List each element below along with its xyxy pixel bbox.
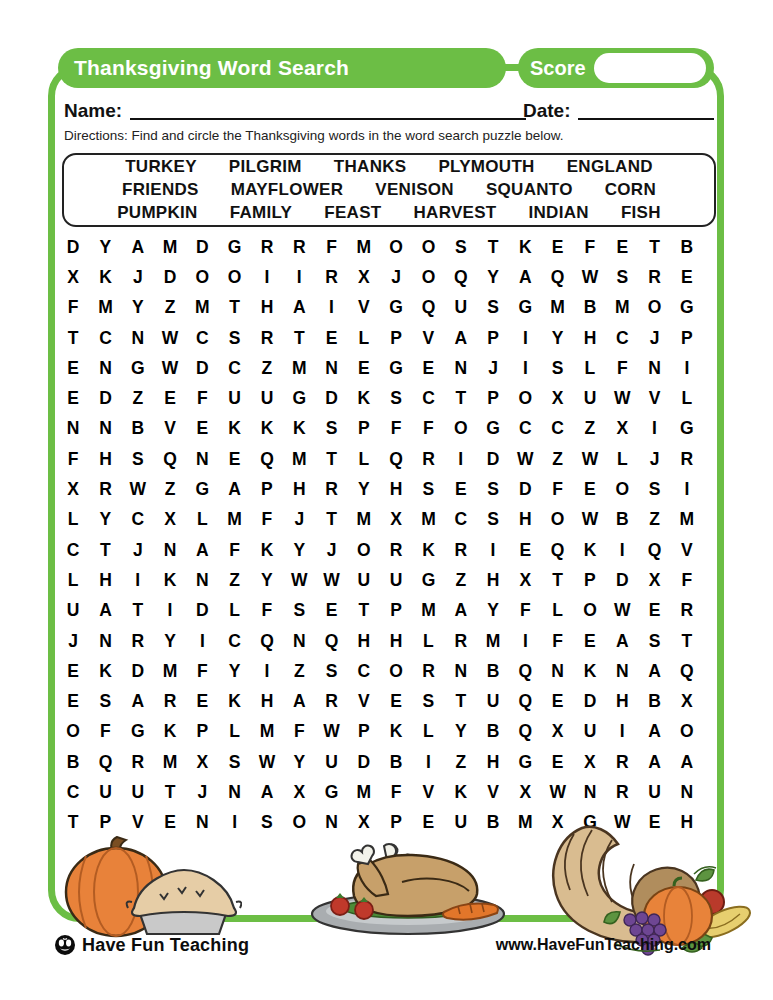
grid-cell[interactable]: E: [638, 596, 670, 626]
grid-cell[interactable]: H: [380, 474, 412, 504]
grid-cell[interactable]: G: [315, 777, 347, 807]
grid-cell[interactable]: X: [671, 686, 703, 716]
grid-cell[interactable]: T: [283, 323, 315, 353]
grid-cell[interactable]: O: [412, 262, 444, 292]
grid-cell[interactable]: F: [251, 596, 283, 626]
grid-cell[interactable]: P: [380, 323, 412, 353]
date-input-line[interactable]: [578, 118, 714, 120]
grid-cell[interactable]: R: [606, 777, 638, 807]
grid-cell[interactable]: X: [509, 777, 541, 807]
grid-cell[interactable]: P: [380, 596, 412, 626]
grid-cell[interactable]: R: [445, 535, 477, 565]
grid-cell[interactable]: Q: [380, 444, 412, 474]
grid-cell[interactable]: B: [477, 717, 509, 747]
grid-cell[interactable]: R: [251, 232, 283, 262]
grid-cell[interactable]: F: [606, 353, 638, 383]
grid-cell[interactable]: U: [445, 808, 477, 838]
grid-cell[interactable]: C: [218, 353, 250, 383]
grid-cell[interactable]: H: [380, 626, 412, 656]
grid-cell[interactable]: F: [186, 383, 218, 413]
grid-cell[interactable]: T: [218, 293, 250, 323]
grid-cell[interactable]: E: [541, 686, 573, 716]
grid-cell[interactable]: N: [89, 353, 121, 383]
grid-cell[interactable]: G: [412, 565, 444, 595]
grid-cell[interactable]: X: [57, 474, 89, 504]
grid-cell[interactable]: C: [186, 323, 218, 353]
grid-cell[interactable]: R: [412, 656, 444, 686]
grid-cell[interactable]: Y: [477, 596, 509, 626]
grid-cell[interactable]: N: [638, 353, 670, 383]
grid-cell[interactable]: Z: [251, 353, 283, 383]
grid-cell[interactable]: O: [380, 656, 412, 686]
grid-cell[interactable]: R: [638, 262, 670, 292]
grid-cell[interactable]: M: [89, 293, 121, 323]
grid-cell[interactable]: C: [412, 383, 444, 413]
grid-cell[interactable]: W: [509, 444, 541, 474]
grid-cell[interactable]: J: [477, 353, 509, 383]
grid-cell[interactable]: M: [154, 656, 186, 686]
grid-cell[interactable]: R: [315, 686, 347, 716]
grid-cell[interactable]: F: [412, 414, 444, 444]
grid-cell[interactable]: F: [541, 474, 573, 504]
grid-cell[interactable]: B: [122, 414, 154, 444]
grid-cell[interactable]: F: [574, 232, 606, 262]
grid-cell[interactable]: A: [445, 596, 477, 626]
grid-cell[interactable]: U: [380, 565, 412, 595]
grid-cell[interactable]: C: [89, 323, 121, 353]
grid-cell[interactable]: Z: [541, 444, 573, 474]
grid-cell[interactable]: N: [186, 565, 218, 595]
grid-cell[interactable]: G: [509, 293, 541, 323]
grid-cell[interactable]: O: [57, 717, 89, 747]
grid-cell[interactable]: B: [574, 293, 606, 323]
grid-cell[interactable]: H: [283, 474, 315, 504]
grid-cell[interactable]: A: [218, 474, 250, 504]
grid-cell[interactable]: B: [477, 808, 509, 838]
grid-cell[interactable]: N: [186, 444, 218, 474]
grid-cell[interactable]: R: [412, 444, 444, 474]
grid-cell[interactable]: T: [477, 232, 509, 262]
grid-cell[interactable]: F: [57, 293, 89, 323]
grid-cell[interactable]: N: [89, 414, 121, 444]
grid-cell[interactable]: I: [509, 323, 541, 353]
grid-cell[interactable]: S: [477, 293, 509, 323]
grid-cell[interactable]: Q: [89, 747, 121, 777]
grid-cell[interactable]: V: [412, 777, 444, 807]
grid-cell[interactable]: E: [574, 474, 606, 504]
grid-cell[interactable]: O: [283, 808, 315, 838]
grid-cell[interactable]: Y: [122, 293, 154, 323]
grid-cell[interactable]: A: [638, 717, 670, 747]
grid-cell[interactable]: N: [122, 323, 154, 353]
grid-cell[interactable]: H: [348, 626, 380, 656]
grid-cell[interactable]: O: [574, 596, 606, 626]
grid-cell[interactable]: W: [574, 444, 606, 474]
grid-cell[interactable]: W: [574, 262, 606, 292]
grid-cell[interactable]: V: [671, 535, 703, 565]
grid-cell[interactable]: Z: [445, 565, 477, 595]
grid-cell[interactable]: W: [154, 323, 186, 353]
grid-cell[interactable]: B: [477, 656, 509, 686]
grid-cell[interactable]: W: [122, 474, 154, 504]
grid-cell[interactable]: I: [606, 535, 638, 565]
grid-cell[interactable]: Y: [154, 626, 186, 656]
grid-cell[interactable]: S: [315, 656, 347, 686]
grid-cell[interactable]: I: [412, 747, 444, 777]
grid-cell[interactable]: R: [122, 747, 154, 777]
grid-cell[interactable]: I: [154, 596, 186, 626]
grid-cell[interactable]: Z: [154, 474, 186, 504]
grid-cell[interactable]: D: [606, 565, 638, 595]
grid-cell[interactable]: E: [57, 656, 89, 686]
grid-cell[interactable]: K: [445, 777, 477, 807]
grid-cell[interactable]: P: [477, 323, 509, 353]
grid-cell[interactable]: B: [638, 686, 670, 716]
grid-cell[interactable]: S: [638, 626, 670, 656]
grid-cell[interactable]: K: [218, 414, 250, 444]
grid-cell[interactable]: D: [186, 353, 218, 383]
grid-cell[interactable]: M: [283, 444, 315, 474]
grid-cell[interactable]: S: [638, 474, 670, 504]
grid-cell[interactable]: L: [671, 383, 703, 413]
grid-cell[interactable]: U: [574, 717, 606, 747]
grid-cell[interactable]: N: [154, 535, 186, 565]
grid-cell[interactable]: R: [445, 626, 477, 656]
grid-cell[interactable]: K: [251, 414, 283, 444]
grid-cell[interactable]: Q: [251, 626, 283, 656]
grid-cell[interactable]: G: [283, 383, 315, 413]
grid-cell[interactable]: Y: [445, 717, 477, 747]
grid-cell[interactable]: B: [606, 505, 638, 535]
grid-cell[interactable]: P: [251, 474, 283, 504]
grid-cell[interactable]: V: [412, 323, 444, 353]
grid-cell[interactable]: E: [315, 596, 347, 626]
grid-cell[interactable]: B: [57, 747, 89, 777]
grid-cell[interactable]: N: [89, 626, 121, 656]
grid-cell[interactable]: N: [186, 808, 218, 838]
grid-cell[interactable]: S: [412, 474, 444, 504]
grid-cell[interactable]: O: [412, 232, 444, 262]
grid-cell[interactable]: S: [122, 444, 154, 474]
grid-cell[interactable]: Z: [445, 747, 477, 777]
grid-cell[interactable]: K: [380, 717, 412, 747]
grid-cell[interactable]: S: [218, 747, 250, 777]
grid-cell[interactable]: C: [541, 414, 573, 444]
grid-cell[interactable]: O: [186, 262, 218, 292]
grid-cell[interactable]: T: [348, 596, 380, 626]
grid-cell[interactable]: U: [574, 383, 606, 413]
grid-cell[interactable]: L: [218, 717, 250, 747]
grid-cell[interactable]: P: [186, 717, 218, 747]
grid-cell[interactable]: X: [541, 717, 573, 747]
grid-cell[interactable]: U: [57, 596, 89, 626]
grid-cell[interactable]: H: [477, 565, 509, 595]
grid-cell[interactable]: E: [154, 383, 186, 413]
grid-cell[interactable]: S: [477, 505, 509, 535]
grid-cell[interactable]: Z: [638, 505, 670, 535]
grid-cell[interactable]: Y: [283, 747, 315, 777]
grid-cell[interactable]: P: [89, 808, 121, 838]
score-input[interactable]: [594, 53, 706, 83]
grid-cell[interactable]: V: [122, 808, 154, 838]
grid-cell[interactable]: P: [477, 383, 509, 413]
grid-cell[interactable]: I: [218, 808, 250, 838]
grid-cell[interactable]: X: [606, 414, 638, 444]
grid-cell[interactable]: E: [606, 232, 638, 262]
grid-cell[interactable]: X: [186, 747, 218, 777]
grid-cell[interactable]: S: [315, 414, 347, 444]
grid-cell[interactable]: N: [283, 626, 315, 656]
grid-cell[interactable]: M: [348, 505, 380, 535]
grid-cell[interactable]: X: [574, 747, 606, 777]
grid-cell[interactable]: T: [671, 626, 703, 656]
grid-cell[interactable]: Z: [283, 656, 315, 686]
grid-cell[interactable]: T: [122, 596, 154, 626]
grid-cell[interactable]: L: [541, 596, 573, 626]
grid-cell[interactable]: L: [348, 323, 380, 353]
grid-cell[interactable]: A: [251, 777, 283, 807]
footer-url[interactable]: www.HaveFunTeaching.com: [496, 936, 711, 954]
grid-cell[interactable]: I: [509, 353, 541, 383]
grid-cell[interactable]: E: [671, 262, 703, 292]
grid-cell[interactable]: T: [154, 777, 186, 807]
grid-cell[interactable]: F: [186, 656, 218, 686]
grid-cell[interactable]: F: [315, 232, 347, 262]
grid-cell[interactable]: A: [509, 262, 541, 292]
grid-cell[interactable]: A: [283, 686, 315, 716]
grid-cell[interactable]: V: [477, 777, 509, 807]
grid-cell[interactable]: K: [154, 717, 186, 747]
grid-cell[interactable]: K: [283, 414, 315, 444]
grid-cell[interactable]: F: [89, 717, 121, 747]
grid-cell[interactable]: N: [541, 656, 573, 686]
grid-cell[interactable]: E: [186, 686, 218, 716]
grid-cell[interactable]: G: [186, 474, 218, 504]
grid-cell[interactable]: M: [251, 717, 283, 747]
grid-cell[interactable]: U: [477, 686, 509, 716]
grid-cell[interactable]: F: [380, 414, 412, 444]
grid-cell[interactable]: F: [283, 717, 315, 747]
grid-cell[interactable]: O: [541, 505, 573, 535]
grid-cell[interactable]: D: [186, 232, 218, 262]
grid-cell[interactable]: G: [380, 293, 412, 323]
grid-cell[interactable]: Y: [283, 535, 315, 565]
grid-cell[interactable]: I: [251, 656, 283, 686]
grid-cell[interactable]: H: [574, 323, 606, 353]
grid-cell[interactable]: U: [218, 383, 250, 413]
grid-cell[interactable]: G: [477, 414, 509, 444]
grid-cell[interactable]: P: [380, 808, 412, 838]
grid-cell[interactable]: W: [315, 717, 347, 747]
grid-cell[interactable]: M: [348, 777, 380, 807]
grid-cell[interactable]: H: [251, 686, 283, 716]
grid-cell[interactable]: T: [541, 565, 573, 595]
grid-cell[interactable]: W: [154, 353, 186, 383]
grid-cell[interactable]: K: [89, 656, 121, 686]
grid-cell[interactable]: L: [218, 596, 250, 626]
grid-cell[interactable]: J: [380, 262, 412, 292]
grid-cell[interactable]: J: [57, 626, 89, 656]
grid-cell[interactable]: J: [315, 535, 347, 565]
grid-cell[interactable]: B: [380, 747, 412, 777]
grid-cell[interactable]: R: [154, 686, 186, 716]
grid-cell[interactable]: B: [671, 232, 703, 262]
grid-cell[interactable]: F: [251, 505, 283, 535]
grid-cell[interactable]: M: [154, 747, 186, 777]
grid-cell[interactable]: Z: [574, 414, 606, 444]
grid-cell[interactable]: P: [574, 565, 606, 595]
grid-cell[interactable]: T: [315, 505, 347, 535]
name-input-line[interactable]: [130, 118, 526, 120]
grid-cell[interactable]: E: [541, 232, 573, 262]
grid-cell[interactable]: G: [509, 747, 541, 777]
grid-cell[interactable]: N: [315, 808, 347, 838]
grid-cell[interactable]: I: [283, 262, 315, 292]
grid-cell[interactable]: U: [122, 777, 154, 807]
grid-cell[interactable]: S: [477, 474, 509, 504]
grid-cell[interactable]: O: [606, 474, 638, 504]
grid-cell[interactable]: C: [218, 626, 250, 656]
grid-cell[interactable]: C: [445, 505, 477, 535]
grid-cell[interactable]: E: [412, 353, 444, 383]
grid-cell[interactable]: X: [348, 262, 380, 292]
grid-cell[interactable]: Y: [477, 262, 509, 292]
grid-cell[interactable]: T: [445, 383, 477, 413]
grid-cell[interactable]: S: [606, 262, 638, 292]
grid-cell[interactable]: K: [251, 535, 283, 565]
grid-cell[interactable]: E: [380, 686, 412, 716]
grid-cell[interactable]: Q: [671, 656, 703, 686]
grid-cell[interactable]: N: [606, 656, 638, 686]
grid-cell[interactable]: Q: [445, 262, 477, 292]
grid-cell[interactable]: G: [380, 353, 412, 383]
grid-cell[interactable]: I: [509, 626, 541, 656]
grid-cell[interactable]: W: [315, 565, 347, 595]
grid-cell[interactable]: A: [445, 323, 477, 353]
grid-cell[interactable]: J: [638, 444, 670, 474]
grid-cell[interactable]: I: [445, 444, 477, 474]
grid-cell[interactable]: J: [122, 262, 154, 292]
grid-cell[interactable]: V: [348, 293, 380, 323]
grid-cell[interactable]: E: [574, 626, 606, 656]
grid-cell[interactable]: D: [186, 596, 218, 626]
grid-cell[interactable]: T: [89, 535, 121, 565]
grid-cell[interactable]: M: [509, 808, 541, 838]
grid-cell[interactable]: S: [218, 323, 250, 353]
grid-cell[interactable]: Q: [251, 444, 283, 474]
grid-cell[interactable]: Y: [89, 232, 121, 262]
grid-cell[interactable]: Q: [509, 686, 541, 716]
grid-cell[interactable]: R: [606, 747, 638, 777]
grid-cell[interactable]: E: [348, 353, 380, 383]
grid-cell[interactable]: P: [671, 323, 703, 353]
grid-cell[interactable]: L: [412, 626, 444, 656]
grid-cell[interactable]: X: [283, 777, 315, 807]
grid-cell[interactable]: Q: [412, 293, 444, 323]
grid-cell[interactable]: Q: [541, 535, 573, 565]
grid-cell[interactable]: R: [671, 596, 703, 626]
grid-cell[interactable]: D: [574, 686, 606, 716]
grid-cell[interactable]: W: [283, 565, 315, 595]
grid-cell[interactable]: O: [218, 262, 250, 292]
grid-cell[interactable]: V: [154, 414, 186, 444]
grid-cell[interactable]: S: [283, 596, 315, 626]
grid-cell[interactable]: T: [57, 808, 89, 838]
grid-cell[interactable]: X: [509, 565, 541, 595]
grid-cell[interactable]: E: [57, 383, 89, 413]
grid-cell[interactable]: R: [122, 626, 154, 656]
grid-cell[interactable]: J: [122, 535, 154, 565]
grid-cell[interactable]: L: [348, 444, 380, 474]
grid-cell[interactable]: X: [154, 505, 186, 535]
grid-cell[interactable]: Z: [218, 565, 250, 595]
grid-cell[interactable]: N: [445, 656, 477, 686]
grid-cell[interactable]: M: [606, 293, 638, 323]
grid-cell[interactable]: H: [606, 686, 638, 716]
grid-cell[interactable]: K: [348, 383, 380, 413]
grid-cell[interactable]: T: [315, 444, 347, 474]
grid-cell[interactable]: A: [122, 232, 154, 262]
grid-cell[interactable]: U: [445, 293, 477, 323]
grid-cell[interactable]: T: [638, 232, 670, 262]
grid-cell[interactable]: F: [380, 777, 412, 807]
grid-cell[interactable]: M: [154, 232, 186, 262]
grid-cell[interactable]: O: [638, 293, 670, 323]
grid-cell[interactable]: W: [606, 596, 638, 626]
grid-cell[interactable]: W: [574, 505, 606, 535]
grid-cell[interactable]: Z: [154, 293, 186, 323]
grid-cell[interactable]: F: [671, 565, 703, 595]
grid-cell[interactable]: I: [671, 474, 703, 504]
grid-cell[interactable]: J: [638, 323, 670, 353]
grid-cell[interactable]: M: [186, 293, 218, 323]
grid-cell[interactable]: R: [315, 474, 347, 504]
grid-cell[interactable]: D: [315, 383, 347, 413]
grid-cell[interactable]: C: [57, 535, 89, 565]
grid-cell[interactable]: O: [380, 232, 412, 262]
grid-cell[interactable]: N: [574, 777, 606, 807]
grid-cell[interactable]: E: [57, 686, 89, 716]
grid-cell[interactable]: M: [412, 505, 444, 535]
grid-cell[interactable]: F: [218, 535, 250, 565]
grid-cell[interactable]: M: [477, 626, 509, 656]
grid-cell[interactable]: N: [218, 777, 250, 807]
grid-cell[interactable]: E: [154, 808, 186, 838]
grid-cell[interactable]: Y: [89, 505, 121, 535]
grid-cell[interactable]: M: [348, 232, 380, 262]
grid-cell[interactable]: V: [638, 383, 670, 413]
grid-cell[interactable]: C: [57, 777, 89, 807]
grid-cell[interactable]: W: [606, 383, 638, 413]
grid-cell[interactable]: U: [89, 777, 121, 807]
grid-cell[interactable]: K: [574, 535, 606, 565]
grid-cell[interactable]: G: [671, 293, 703, 323]
grid-cell[interactable]: G: [218, 232, 250, 262]
grid-cell[interactable]: M: [218, 505, 250, 535]
grid-cell[interactable]: V: [348, 686, 380, 716]
grid-cell[interactable]: N: [445, 353, 477, 383]
grid-cell[interactable]: G: [671, 414, 703, 444]
grid-cell[interactable]: D: [89, 383, 121, 413]
grid-cell[interactable]: W: [251, 747, 283, 777]
grid-cell[interactable]: N: [57, 414, 89, 444]
grid-cell[interactable]: K: [509, 232, 541, 262]
grid-cell[interactable]: K: [218, 686, 250, 716]
grid-cell[interactable]: Q: [509, 656, 541, 686]
grid-cell[interactable]: F: [541, 626, 573, 656]
grid-cell[interactable]: O: [445, 414, 477, 444]
grid-cell[interactable]: I: [251, 262, 283, 292]
